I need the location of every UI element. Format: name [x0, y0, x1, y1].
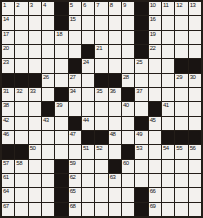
- crossword-cell[interactable]: [162, 203, 174, 216]
- black-cell: [109, 160, 121, 173]
- clue-number: 41: [163, 102, 169, 109]
- crossword-cell[interactable]: [162, 31, 174, 44]
- crossword-cell[interactable]: [15, 102, 27, 115]
- crossword-cell[interactable]: 38: [2, 102, 14, 115]
- crossword-cell[interactable]: [95, 102, 107, 115]
- crossword-cell[interactable]: 1: [2, 2, 14, 15]
- black-cell: [95, 74, 107, 87]
- clue-number: 4: [43, 2, 46, 9]
- crossword-cell[interactable]: [42, 160, 54, 173]
- crossword-cell[interactable]: 6: [82, 2, 94, 15]
- black-cell: [135, 117, 147, 130]
- crossword-cell[interactable]: 11: [162, 2, 174, 15]
- crossword-cell[interactable]: 50: [29, 145, 41, 158]
- clue-number: 49: [136, 131, 142, 138]
- crossword-cell[interactable]: [95, 160, 107, 173]
- crossword-cell[interactable]: 14: [2, 16, 14, 29]
- crossword-cell[interactable]: 67: [2, 203, 14, 216]
- crossword-cell[interactable]: 23: [2, 59, 14, 72]
- crossword-cell[interactable]: 4: [42, 2, 54, 15]
- crossword-cell[interactable]: [135, 174, 147, 187]
- crossword-cell[interactable]: 48: [109, 131, 121, 144]
- clue-number: 38: [3, 102, 9, 109]
- black-cell: [55, 16, 67, 29]
- clue-number: 15: [70, 16, 76, 23]
- black-cell: [15, 74, 27, 87]
- clue-number: 34: [70, 88, 76, 95]
- crossword-cell[interactable]: [42, 131, 54, 144]
- black-cell: [135, 45, 147, 58]
- crossword-cell[interactable]: [149, 131, 161, 144]
- crossword-cell[interactable]: 9: [122, 2, 134, 15]
- crossword-cell[interactable]: [162, 160, 174, 173]
- crossword-cell[interactable]: [175, 88, 187, 101]
- crossword-cell[interactable]: [95, 174, 107, 187]
- black-cell: [122, 88, 134, 101]
- crossword-cell[interactable]: [122, 203, 134, 216]
- crossword-cell[interactable]: [82, 31, 94, 44]
- crossword-cell[interactable]: [175, 102, 187, 115]
- crossword-cell[interactable]: [149, 145, 161, 158]
- clue-number: 25: [136, 59, 142, 66]
- black-cell: [135, 188, 147, 201]
- crossword-cell[interactable]: [149, 88, 161, 101]
- clue-number: 65: [70, 188, 76, 195]
- crossword-cell[interactable]: [55, 74, 67, 87]
- clue-number: 18: [56, 31, 62, 38]
- crossword-cell[interactable]: 64: [2, 188, 14, 201]
- crossword-cell[interactable]: [29, 45, 41, 58]
- crossword-cell[interactable]: [135, 102, 147, 115]
- crossword-cell[interactable]: 61: [2, 174, 14, 187]
- crossword-cell[interactable]: 7: [95, 2, 107, 15]
- clue-number: 40: [123, 102, 129, 109]
- crossword-cell[interactable]: 56: [189, 145, 201, 158]
- crossword-cell[interactable]: 30: [189, 74, 201, 87]
- crossword-cell[interactable]: 5: [69, 2, 81, 15]
- crossword-cell[interactable]: [109, 102, 121, 115]
- clue-number: 30: [190, 74, 196, 81]
- crossword-cell[interactable]: 51: [82, 145, 94, 158]
- clue-number: 58: [16, 160, 22, 167]
- crossword-cell[interactable]: [189, 88, 201, 101]
- crossword-cell[interactable]: [135, 74, 147, 87]
- crossword-cell[interactable]: [15, 203, 27, 216]
- crossword-cell[interactable]: [189, 16, 201, 29]
- clue-number: 24: [83, 59, 89, 66]
- clue-number: 13: [190, 2, 196, 9]
- clue-number: 26: [43, 74, 49, 81]
- clue-number: 14: [3, 16, 9, 23]
- black-cell: [149, 102, 161, 115]
- clue-number: 59: [70, 160, 76, 167]
- clue-number: 10: [150, 2, 156, 9]
- crossword-cell[interactable]: [162, 117, 174, 130]
- crossword-cell[interactable]: [42, 145, 54, 158]
- crossword-cell[interactable]: [162, 188, 174, 201]
- black-cell: [29, 74, 41, 87]
- crossword-cell[interactable]: [69, 145, 81, 158]
- crossword-cell[interactable]: [15, 188, 27, 201]
- clue-number: 32: [16, 88, 22, 95]
- crossword-cell[interactable]: [42, 188, 54, 201]
- crossword-cell[interactable]: 29: [175, 74, 187, 87]
- crossword-cell[interactable]: 24: [82, 59, 94, 72]
- crossword-cell[interactable]: [135, 160, 147, 173]
- black-cell: [55, 203, 67, 216]
- crossword-cell[interactable]: [29, 102, 41, 115]
- clue-number: 33: [30, 88, 36, 95]
- crossword-cell[interactable]: [175, 31, 187, 44]
- crossword-cell[interactable]: [95, 16, 107, 29]
- crossword-cell[interactable]: [175, 16, 187, 29]
- crossword-cell[interactable]: 12: [175, 2, 187, 15]
- crossword-cell[interactable]: 42: [2, 117, 14, 130]
- clue-number: 8: [110, 2, 113, 9]
- crossword-cell[interactable]: 57: [2, 160, 14, 173]
- crossword-cell[interactable]: 33: [29, 88, 41, 101]
- crossword-cell[interactable]: 26: [42, 74, 54, 87]
- clue-number: 52: [96, 145, 102, 152]
- clue-number: 54: [163, 145, 169, 152]
- crossword-cell[interactable]: [42, 45, 54, 58]
- crossword-cell[interactable]: [122, 188, 134, 201]
- crossword-cell[interactable]: [95, 188, 107, 201]
- clue-number: 42: [3, 117, 9, 124]
- crossword-cell[interactable]: 41: [162, 102, 174, 115]
- clue-number: 28: [123, 74, 129, 81]
- crossword-cell[interactable]: [109, 16, 121, 29]
- crossword-cell[interactable]: [55, 59, 67, 72]
- crossword-cell[interactable]: [82, 16, 94, 29]
- crossword-cell[interactable]: [149, 174, 161, 187]
- crossword-cell[interactable]: [189, 160, 201, 173]
- crossword-cell[interactable]: [162, 74, 174, 87]
- crossword-cell[interactable]: 68: [69, 203, 81, 216]
- crossword-cell[interactable]: [15, 31, 27, 44]
- crossword-cell[interactable]: [82, 188, 94, 201]
- crossword-grid: 1234567891011121314151617181920212223242…: [0, 0, 203, 218]
- clue-number: 36: [110, 88, 116, 95]
- clue-number: 7: [96, 2, 99, 9]
- black-cell: [189, 59, 201, 72]
- crossword-cell[interactable]: 69: [149, 203, 161, 216]
- clue-number: 37: [136, 88, 142, 95]
- crossword-cell[interactable]: 52: [95, 145, 107, 158]
- crossword-cell[interactable]: [29, 188, 41, 201]
- crossword-cell[interactable]: 46: [2, 131, 14, 144]
- crossword-cell[interactable]: [162, 174, 174, 187]
- crossword-cell[interactable]: [69, 31, 81, 44]
- crossword-cell[interactable]: [42, 59, 54, 72]
- black-cell: [162, 131, 174, 144]
- crossword-cell[interactable]: 10: [149, 2, 161, 15]
- crossword-cell[interactable]: [109, 188, 121, 201]
- black-cell: [175, 59, 187, 72]
- black-cell: [135, 31, 147, 44]
- crossword-cell[interactable]: 55: [175, 145, 187, 158]
- clue-number: 1: [3, 2, 6, 9]
- crossword-cell[interactable]: [82, 174, 94, 187]
- crossword-cell[interactable]: 37: [135, 88, 147, 101]
- crossword-cell[interactable]: [109, 59, 121, 72]
- crossword-cell[interactable]: 15: [69, 16, 81, 29]
- crossword-cell[interactable]: 20: [2, 45, 14, 58]
- clue-number: 44: [83, 117, 89, 124]
- crossword-cell[interactable]: 36: [109, 88, 121, 101]
- crossword-cell[interactable]: [55, 117, 67, 130]
- black-cell: [122, 145, 134, 158]
- crossword-cell[interactable]: [109, 203, 121, 216]
- crossword-cell[interactable]: [82, 88, 94, 101]
- clue-number: 64: [3, 188, 9, 195]
- crossword-cell[interactable]: [95, 117, 107, 130]
- clue-number: 20: [3, 45, 9, 52]
- black-cell: [15, 145, 27, 158]
- black-cell: [82, 131, 94, 144]
- crossword-cell[interactable]: 31: [2, 88, 14, 101]
- black-cell: [55, 2, 67, 15]
- crossword-cell[interactable]: [189, 102, 201, 115]
- crossword-cell[interactable]: [82, 203, 94, 216]
- clue-number: 5: [70, 2, 73, 9]
- black-cell: [95, 131, 107, 144]
- crossword-cell[interactable]: 47: [69, 131, 81, 144]
- clue-number: 35: [96, 88, 102, 95]
- crossword-cell[interactable]: [95, 59, 107, 72]
- crossword-cell[interactable]: [42, 31, 54, 44]
- crossword-cell[interactable]: [29, 131, 41, 144]
- crossword-cell[interactable]: 54: [162, 145, 174, 158]
- crossword-cell[interactable]: [69, 102, 81, 115]
- crossword-cell[interactable]: 32: [15, 88, 27, 101]
- crossword-cell[interactable]: [29, 117, 41, 130]
- clue-number: 62: [70, 174, 76, 181]
- crossword-cell[interactable]: 18: [55, 31, 67, 44]
- crossword-cell[interactable]: [162, 88, 174, 101]
- crossword-cell[interactable]: [55, 131, 67, 144]
- crossword-cell[interactable]: 43: [42, 117, 54, 130]
- crossword-cell[interactable]: [95, 203, 107, 216]
- crossword-cell[interactable]: 65: [69, 188, 81, 201]
- crossword-cell[interactable]: [162, 45, 174, 58]
- crossword-cell[interactable]: [122, 31, 134, 44]
- crossword-cell[interactable]: 60: [122, 160, 134, 173]
- crossword-cell[interactable]: [175, 203, 187, 216]
- crossword-cell[interactable]: [42, 203, 54, 216]
- crossword-cell[interactable]: [149, 59, 161, 72]
- crossword-cell[interactable]: [15, 16, 27, 29]
- crossword-cell[interactable]: [15, 131, 27, 144]
- crossword-cell[interactable]: 35: [95, 88, 107, 101]
- black-cell: [69, 117, 81, 130]
- black-cell: [82, 45, 94, 58]
- crossword-cell[interactable]: [109, 117, 121, 130]
- black-cell: [189, 131, 201, 144]
- clue-number: 55: [176, 145, 182, 152]
- clue-number: 56: [190, 145, 196, 152]
- crossword-cell[interactable]: [82, 102, 94, 115]
- clue-number: 21: [96, 45, 102, 52]
- black-cell: [69, 59, 81, 72]
- clue-number: 57: [3, 160, 9, 167]
- crossword-cell[interactable]: [42, 16, 54, 29]
- crossword-cell[interactable]: [162, 16, 174, 29]
- crossword-cell[interactable]: [175, 160, 187, 173]
- crossword-cell[interactable]: [175, 188, 187, 201]
- clue-number: 60: [123, 160, 129, 167]
- crossword-cell[interactable]: [175, 45, 187, 58]
- crossword-cell[interactable]: [69, 45, 81, 58]
- crossword-cell[interactable]: 21: [95, 45, 107, 58]
- clue-number: 19: [150, 31, 156, 38]
- crossword-cell[interactable]: [122, 45, 134, 58]
- black-cell: [109, 74, 121, 87]
- crossword-cell[interactable]: 8: [109, 2, 121, 15]
- clue-number: 53: [136, 145, 142, 152]
- clue-number: 22: [150, 45, 156, 52]
- clue-number: 46: [3, 131, 9, 138]
- black-cell: [2, 74, 14, 87]
- clue-number: 67: [3, 203, 9, 210]
- clue-number: 63: [110, 174, 116, 181]
- crossword-cell[interactable]: 13: [189, 2, 201, 15]
- crossword-cell[interactable]: [122, 174, 134, 187]
- clue-number: 6: [83, 2, 86, 9]
- crossword-cell[interactable]: [29, 160, 41, 173]
- clue-number: 66: [150, 188, 156, 195]
- crossword-cell[interactable]: [29, 203, 41, 216]
- crossword-cell[interactable]: [175, 117, 187, 130]
- crossword-cell[interactable]: 62: [69, 174, 81, 187]
- crossword-cell[interactable]: [15, 59, 27, 72]
- crossword-cell[interactable]: 28: [122, 74, 134, 87]
- crossword-cell[interactable]: [82, 160, 94, 173]
- black-cell: [2, 145, 14, 158]
- crossword-cell[interactable]: [42, 88, 54, 101]
- crossword-cell[interactable]: 53: [135, 145, 147, 158]
- crossword-cell[interactable]: 39: [55, 102, 67, 115]
- crossword-cell[interactable]: [29, 16, 41, 29]
- crossword-cell[interactable]: [189, 174, 201, 187]
- crossword-cell[interactable]: [29, 31, 41, 44]
- crossword-cell[interactable]: [29, 174, 41, 187]
- clue-number: 43: [43, 117, 49, 124]
- crossword-cell[interactable]: 2: [15, 2, 27, 15]
- clue-number: 68: [70, 203, 76, 210]
- crossword-cell[interactable]: [95, 31, 107, 44]
- crossword-cell[interactable]: 40: [122, 102, 134, 115]
- black-cell: [135, 16, 147, 29]
- crossword-cell[interactable]: 63: [109, 174, 121, 187]
- clue-number: 27: [70, 74, 76, 81]
- clue-number: 17: [3, 31, 9, 38]
- crossword-cell[interactable]: 49: [135, 131, 147, 144]
- crossword-cell[interactable]: [122, 16, 134, 29]
- clue-number: 48: [110, 131, 116, 138]
- clue-number: 50: [30, 145, 36, 152]
- crossword-cell[interactable]: [109, 45, 121, 58]
- black-cell: [55, 174, 67, 187]
- crossword-cell[interactable]: 27: [69, 74, 81, 87]
- clue-number: 11: [163, 2, 168, 9]
- clue-number: 47: [70, 131, 76, 138]
- black-cell: [42, 102, 54, 115]
- crossword-cell[interactable]: [175, 174, 187, 187]
- crossword-cell[interactable]: [15, 174, 27, 187]
- black-cell: [175, 131, 187, 144]
- crossword-cell[interactable]: 58: [15, 160, 27, 173]
- crossword-cell[interactable]: 16: [149, 16, 161, 29]
- crossword-cell[interactable]: [109, 145, 121, 158]
- clue-number: 16: [150, 16, 156, 23]
- crossword-cell[interactable]: [189, 117, 201, 130]
- clue-number: 39: [56, 102, 62, 109]
- clue-number: 61: [3, 174, 9, 181]
- crossword-cell[interactable]: 45: [149, 117, 161, 130]
- clue-number: 23: [3, 59, 9, 66]
- clue-number: 31: [3, 88, 9, 95]
- crossword-cell[interactable]: [189, 203, 201, 216]
- crossword-cell[interactable]: 44: [82, 117, 94, 130]
- crossword-cell[interactable]: [162, 59, 174, 72]
- crossword-cell[interactable]: [55, 45, 67, 58]
- black-cell: [55, 188, 67, 201]
- crossword-cell[interactable]: [42, 174, 54, 187]
- crossword-cell[interactable]: 25: [135, 59, 147, 72]
- crossword-cell[interactable]: 59: [69, 160, 81, 173]
- clue-number: 3: [30, 2, 33, 9]
- crossword-cell[interactable]: [149, 74, 161, 87]
- crossword-cell[interactable]: [29, 59, 41, 72]
- crossword-cell[interactable]: [82, 74, 94, 87]
- crossword-cell[interactable]: [189, 31, 201, 44]
- clue-number: 2: [16, 2, 19, 9]
- crossword-cell[interactable]: [122, 117, 134, 130]
- crossword-cell[interactable]: [15, 45, 27, 58]
- clue-number: 9: [123, 2, 126, 9]
- clue-number: 29: [176, 74, 182, 81]
- crossword-cell[interactable]: [122, 59, 134, 72]
- black-cell: [55, 88, 67, 101]
- crossword-cell[interactable]: 22: [149, 45, 161, 58]
- clue-number: 51: [83, 145, 89, 152]
- crossword-cell[interactable]: [149, 160, 161, 173]
- crossword-cell[interactable]: 34: [69, 88, 81, 101]
- crossword-cell[interactable]: 17: [2, 31, 14, 44]
- crossword-cell[interactable]: 19: [149, 31, 161, 44]
- clue-number: 69: [150, 203, 156, 210]
- crossword-cell[interactable]: 3: [29, 2, 41, 15]
- black-cell: [55, 160, 67, 173]
- crossword-cell[interactable]: [109, 31, 121, 44]
- crossword-cell[interactable]: 66: [149, 188, 161, 201]
- clue-number: 45: [150, 117, 156, 124]
- crossword-cell[interactable]: [122, 131, 134, 144]
- crossword-cell[interactable]: [55, 145, 67, 158]
- crossword-cell[interactable]: [189, 188, 201, 201]
- black-cell: [135, 2, 147, 15]
- crossword-cell[interactable]: [189, 45, 201, 58]
- crossword-cell[interactable]: [15, 117, 27, 130]
- black-cell: [135, 203, 147, 216]
- clue-number: 12: [176, 2, 182, 9]
